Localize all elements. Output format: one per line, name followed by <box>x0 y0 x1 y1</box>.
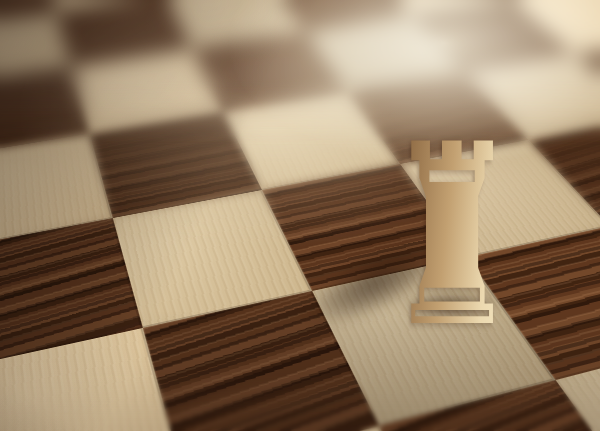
chessboard-photo: ♜ <box>0 0 600 431</box>
white-rook-piece[interactable]: ♜ <box>381 112 523 362</box>
depth-blur-near <box>0 375 600 431</box>
